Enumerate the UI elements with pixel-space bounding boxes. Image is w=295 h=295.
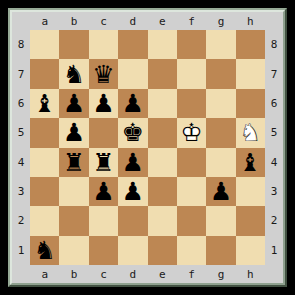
file-label-bottom-f: f: [177, 265, 206, 283]
square-h4[interactable]: ♝: [236, 148, 265, 177]
square-d5[interactable]: ♚: [118, 118, 147, 147]
file-label-top-c: c: [89, 12, 118, 30]
rank-label-right-4: 4: [265, 148, 283, 177]
square-a4[interactable]: [30, 148, 59, 177]
square-c5[interactable]: [89, 118, 118, 147]
piece-black-pawn[interactable]: ♟: [92, 179, 114, 204]
square-a5[interactable]: [30, 118, 59, 147]
square-g1[interactable]: [206, 236, 235, 265]
square-c2[interactable]: [89, 206, 118, 235]
square-h6[interactable]: [236, 89, 265, 118]
file-label-top-a: a: [30, 12, 59, 30]
square-e3[interactable]: [148, 177, 177, 206]
square-c8[interactable]: [89, 30, 118, 59]
square-f8[interactable]: [177, 30, 206, 59]
square-b5[interactable]: ♟: [59, 118, 88, 147]
square-h7[interactable]: [236, 59, 265, 88]
square-e6[interactable]: [148, 89, 177, 118]
file-label-top-e: e: [148, 12, 177, 30]
rank-label-right-8: 8: [265, 30, 283, 59]
square-f6[interactable]: [177, 89, 206, 118]
board-corner: [12, 265, 30, 283]
rank-label-right-2: 2: [265, 206, 283, 235]
square-g3[interactable]: ♟: [206, 177, 235, 206]
square-b7[interactable]: ♞: [59, 59, 88, 88]
file-label-bottom-e: e: [148, 265, 177, 283]
piece-white-knight[interactable]: ♞♘: [239, 120, 261, 145]
piece-black-knight[interactable]: ♞: [33, 238, 55, 263]
board-corner: [265, 12, 283, 30]
square-a1[interactable]: ♞: [30, 236, 59, 265]
file-label-bottom-b: b: [59, 265, 88, 283]
chess-board-plate: abcdefgh887♞♛76♝♟♟♟65♟♚♚♔♞♘54♜♜♟♝43♟♟♟32…: [12, 12, 283, 283]
rank-label-left-2: 2: [12, 206, 30, 235]
piece-black-pawn[interactable]: ♟: [92, 91, 114, 116]
square-c4[interactable]: ♜: [89, 148, 118, 177]
square-g4[interactable]: [206, 148, 235, 177]
board-corner: [265, 265, 283, 283]
piece-black-rook[interactable]: ♜: [63, 150, 85, 175]
board-corner: [12, 12, 30, 30]
square-b8[interactable]: [59, 30, 88, 59]
piece-black-pawn[interactable]: ♟: [122, 91, 144, 116]
square-f4[interactable]: [177, 148, 206, 177]
file-label-top-b: b: [59, 12, 88, 30]
piece-black-king[interactable]: ♚: [122, 120, 144, 145]
square-e4[interactable]: [148, 148, 177, 177]
board-frame-inner: abcdefgh887♞♛76♝♟♟♟65♟♚♚♔♞♘54♜♜♟♝43♟♟♟32…: [10, 10, 285, 285]
rank-label-left-7: 7: [12, 59, 30, 88]
square-g6[interactable]: [206, 89, 235, 118]
square-a8[interactable]: [30, 30, 59, 59]
file-label-bottom-d: d: [118, 265, 147, 283]
file-label-top-f: f: [177, 12, 206, 30]
square-g8[interactable]: [206, 30, 235, 59]
square-c3[interactable]: ♟: [89, 177, 118, 206]
piece-black-knight[interactable]: ♞: [63, 62, 85, 87]
square-d7[interactable]: [118, 59, 147, 88]
square-c1[interactable]: [89, 236, 118, 265]
piece-glyph-outline: ♔: [180, 120, 202, 145]
rank-label-right-6: 6: [265, 89, 283, 118]
square-b3[interactable]: [59, 177, 88, 206]
piece-black-bishop[interactable]: ♝: [33, 91, 55, 116]
piece-black-pawn[interactable]: ♟: [63, 91, 85, 116]
square-h1[interactable]: [236, 236, 265, 265]
square-d2[interactable]: [118, 206, 147, 235]
square-h8[interactable]: [236, 30, 265, 59]
piece-white-king[interactable]: ♚♔: [180, 120, 202, 145]
board-frame: abcdefgh887♞♛76♝♟♟♟65♟♚♚♔♞♘54♜♜♟♝43♟♟♟32…: [8, 8, 287, 287]
file-label-bottom-g: g: [206, 265, 235, 283]
square-a7[interactable]: [30, 59, 59, 88]
file-label-bottom-h: h: [236, 265, 265, 283]
piece-black-pawn[interactable]: ♟: [122, 150, 144, 175]
square-c7[interactable]: ♛: [89, 59, 118, 88]
square-b4[interactable]: ♜: [59, 148, 88, 177]
square-h2[interactable]: [236, 206, 265, 235]
piece-black-pawn[interactable]: ♟: [63, 120, 85, 145]
piece-black-pawn[interactable]: ♟: [122, 179, 144, 204]
square-e2[interactable]: [148, 206, 177, 235]
file-label-top-d: d: [118, 12, 147, 30]
file-label-top-g: g: [206, 12, 235, 30]
piece-black-queen[interactable]: ♛: [92, 62, 114, 87]
square-f5[interactable]: ♚♔: [177, 118, 206, 147]
piece-black-rook[interactable]: ♜: [92, 150, 114, 175]
piece-glyph-outline: ♘: [239, 120, 261, 145]
square-b2[interactable]: [59, 206, 88, 235]
square-f7[interactable]: [177, 59, 206, 88]
square-d1[interactable]: [118, 236, 147, 265]
square-a6[interactable]: ♝: [30, 89, 59, 118]
square-a2[interactable]: [30, 206, 59, 235]
rank-label-left-6: 6: [12, 89, 30, 118]
square-b6[interactable]: ♟: [59, 89, 88, 118]
square-d6[interactable]: ♟: [118, 89, 147, 118]
file-label-bottom-c: c: [89, 265, 118, 283]
piece-black-bishop[interactable]: ♝: [239, 150, 261, 175]
square-a3[interactable]: [30, 177, 59, 206]
square-c6[interactable]: ♟: [89, 89, 118, 118]
rank-label-left-3: 3: [12, 177, 30, 206]
file-label-bottom-a: a: [30, 265, 59, 283]
square-b1[interactable]: [59, 236, 88, 265]
square-f2[interactable]: [177, 206, 206, 235]
square-f3[interactable]: [177, 177, 206, 206]
square-e8[interactable]: [148, 30, 177, 59]
square-h5[interactable]: ♞♘: [236, 118, 265, 147]
rank-label-left-4: 4: [12, 148, 30, 177]
square-e5[interactable]: [148, 118, 177, 147]
square-d8[interactable]: [118, 30, 147, 59]
piece-black-pawn[interactable]: ♟: [210, 179, 232, 204]
square-f1[interactable]: [177, 236, 206, 265]
square-e7[interactable]: [148, 59, 177, 88]
square-g2[interactable]: [206, 206, 235, 235]
square-d4[interactable]: ♟: [118, 148, 147, 177]
rank-label-right-5: 5: [265, 118, 283, 147]
square-d3[interactable]: ♟: [118, 177, 147, 206]
rank-label-left-5: 5: [12, 118, 30, 147]
square-g5[interactable]: [206, 118, 235, 147]
rank-label-left-1: 1: [12, 236, 30, 265]
square-h3[interactable]: [236, 177, 265, 206]
rank-label-left-8: 8: [12, 30, 30, 59]
rank-label-right-3: 3: [265, 177, 283, 206]
square-e1[interactable]: [148, 236, 177, 265]
rank-label-right-7: 7: [265, 59, 283, 88]
square-g7[interactable]: [206, 59, 235, 88]
file-label-top-h: h: [236, 12, 265, 30]
rank-label-right-1: 1: [265, 236, 283, 265]
chess-app-window: abcdefgh887♞♛76♝♟♟♟65♟♚♚♔♞♘54♜♜♟♝43♟♟♟32…: [0, 0, 295, 295]
